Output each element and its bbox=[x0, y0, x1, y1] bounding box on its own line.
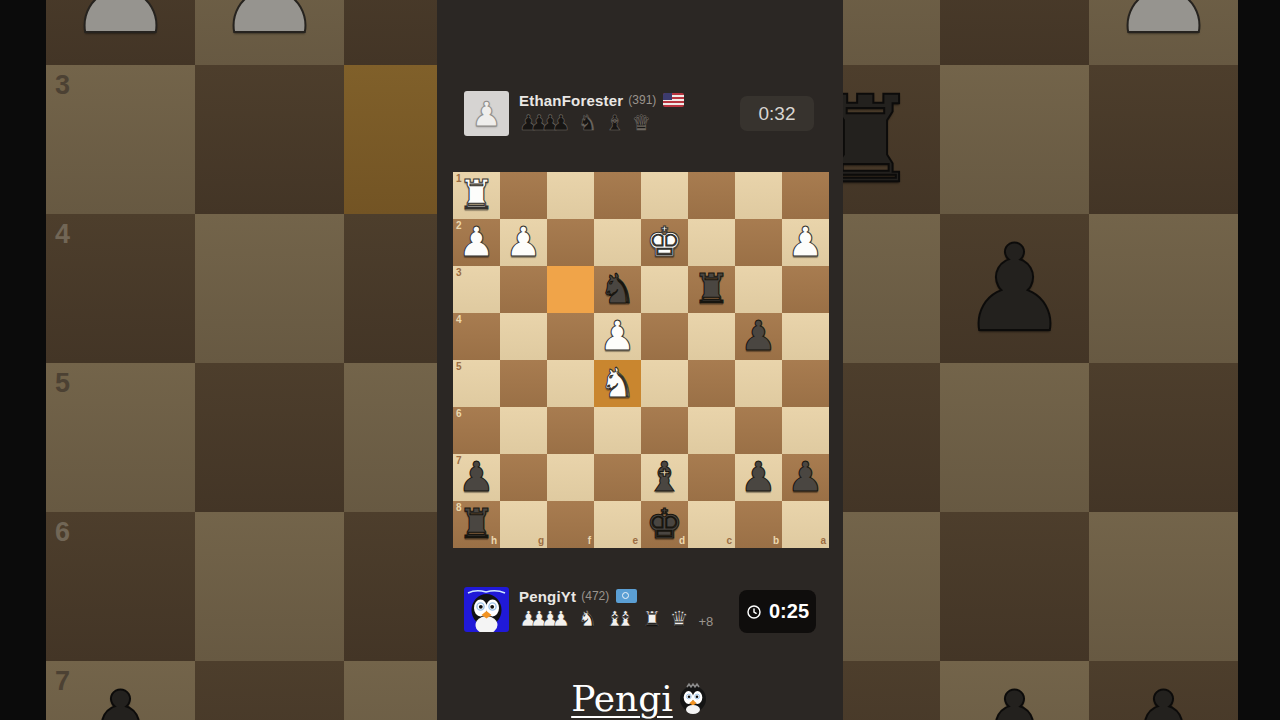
bg-square-b2 bbox=[940, 0, 1089, 65]
clock-icon bbox=[746, 604, 762, 620]
square-g5[interactable] bbox=[500, 360, 547, 407]
player-top-clock-value: 0:32 bbox=[759, 103, 796, 125]
bg-square-g3 bbox=[195, 65, 344, 214]
file-label-g: g bbox=[538, 536, 544, 546]
square-d1[interactable] bbox=[641, 172, 688, 219]
captured-b-icon: ♝ bbox=[605, 112, 624, 134]
black-bishop-d7[interactable]: ♝ bbox=[641, 454, 688, 501]
square-h6[interactable]: 6 bbox=[453, 407, 500, 454]
square-d5[interactable] bbox=[641, 360, 688, 407]
captured-b-group: ♝♝ bbox=[605, 608, 635, 630]
captured-q-icon: ♛ bbox=[670, 608, 689, 630]
white-king-d2[interactable]: ♚ bbox=[641, 219, 688, 266]
bg-square-b7: ♟ bbox=[940, 661, 1089, 720]
game-panel: ♟ EthanForester (391) ♟♟♟♟♞♝♛ 0:32 1♜2♟♟… bbox=[437, 0, 843, 720]
player-bottom-clock-value: 0:25 bbox=[769, 600, 809, 623]
rank-label-4: 4 bbox=[456, 315, 462, 325]
square-h1[interactable]: 1♜ bbox=[453, 172, 500, 219]
square-g4[interactable] bbox=[500, 313, 547, 360]
square-h4[interactable]: 4 bbox=[453, 313, 500, 360]
square-a2[interactable]: ♟ bbox=[782, 219, 829, 266]
square-b8[interactable]: b bbox=[735, 501, 782, 548]
square-a5[interactable] bbox=[782, 360, 829, 407]
bg-square-g2: ♟ bbox=[195, 0, 344, 65]
square-g3[interactable] bbox=[500, 266, 547, 313]
square-b7[interactable]: ♟ bbox=[735, 454, 782, 501]
square-d3[interactable] bbox=[641, 266, 688, 313]
bg-piece-h2: ♟ bbox=[46, 0, 195, 65]
black-king-d8[interactable]: ♚ bbox=[641, 501, 688, 548]
captured-q-group: ♛ bbox=[632, 112, 651, 134]
bg-square-b6 bbox=[940, 512, 1089, 661]
square-g8[interactable]: g bbox=[500, 501, 547, 548]
white-pawn-e4[interactable]: ♟ bbox=[594, 313, 641, 360]
square-f8[interactable]: f bbox=[547, 501, 594, 548]
file-label-e: e bbox=[632, 536, 638, 546]
bg-rank-label-5: 5 bbox=[55, 368, 70, 399]
bg-square-a6 bbox=[1089, 512, 1238, 661]
file-label-b: b bbox=[773, 536, 779, 546]
player-bottom-clock: 0:25 bbox=[739, 590, 816, 633]
bg-square-h5: 5 bbox=[46, 363, 195, 512]
square-h3[interactable]: 3 bbox=[453, 266, 500, 313]
square-c1[interactable] bbox=[688, 172, 735, 219]
square-b1[interactable] bbox=[735, 172, 782, 219]
bg-square-h7: 7♟ bbox=[46, 661, 195, 720]
square-a1[interactable] bbox=[782, 172, 829, 219]
penguin-avatar-icon bbox=[464, 587, 509, 632]
bg-square-g4 bbox=[195, 214, 344, 363]
square-h2[interactable]: 2♟ bbox=[453, 219, 500, 266]
un-flag-icon bbox=[616, 589, 637, 603]
square-b6[interactable] bbox=[735, 407, 782, 454]
player-bottom-avatar[interactable] bbox=[464, 587, 509, 632]
captured-n-group: ♞ bbox=[578, 112, 597, 134]
black-knight-e3[interactable]: ♞ bbox=[594, 266, 641, 313]
player-bottom: PengiYt (472) ♟♟♟♟♞♝♝♜♛+8 bbox=[464, 587, 713, 632]
bg-piece-a7: ♟ bbox=[1089, 661, 1238, 720]
square-f1[interactable] bbox=[547, 172, 594, 219]
brand-text: Pengi bbox=[571, 681, 673, 717]
player-bottom-captured-pieces: ♟♟♟♟♞♝♝♜♛+8 bbox=[519, 608, 713, 630]
white-pawn-avatar-icon: ♟ bbox=[471, 94, 501, 134]
bg-rank-label-6: 6 bbox=[55, 517, 70, 548]
bg-piece-b7: ♟ bbox=[940, 661, 1089, 720]
square-a7[interactable]: ♟ bbox=[782, 454, 829, 501]
square-b3[interactable] bbox=[735, 266, 782, 313]
rank-label-5: 5 bbox=[456, 362, 462, 372]
square-c7[interactable] bbox=[688, 454, 735, 501]
player-bottom-rating: (472) bbox=[581, 589, 609, 603]
square-f4[interactable] bbox=[547, 313, 594, 360]
square-h5[interactable]: 5 bbox=[453, 360, 500, 407]
square-g6[interactable] bbox=[500, 407, 547, 454]
square-b2[interactable] bbox=[735, 219, 782, 266]
bg-rank-label-4: 4 bbox=[55, 219, 70, 250]
bg-square-b3 bbox=[940, 65, 1089, 214]
square-h7[interactable]: 7♟ bbox=[453, 454, 500, 501]
square-d4[interactable] bbox=[641, 313, 688, 360]
bg-square-a4 bbox=[1089, 214, 1238, 363]
square-f5[interactable] bbox=[547, 360, 594, 407]
bg-square-g5 bbox=[195, 363, 344, 512]
square-c3[interactable]: ♜ bbox=[688, 266, 735, 313]
captured-p-icon: ♟ bbox=[551, 112, 570, 134]
bg-square-g7 bbox=[195, 661, 344, 720]
player-top-rating: (391) bbox=[628, 93, 656, 107]
bg-piece-h7: ♟ bbox=[46, 661, 195, 720]
square-e5[interactable]: ♞ bbox=[594, 360, 641, 407]
bg-square-h2: ♟ bbox=[46, 0, 195, 65]
square-c2[interactable] bbox=[688, 219, 735, 266]
black-pawn-b4[interactable]: ♟ bbox=[735, 313, 782, 360]
bg-square-h3: 3 bbox=[46, 65, 195, 214]
captured-n-icon: ♞ bbox=[578, 608, 597, 630]
chess-board[interactable]: 1♜2♟♟♚♟3♞♜4♟♟5♞67♟♝♟♟8h♜gfed♚cba bbox=[453, 172, 829, 548]
screen: ♟♟♟3♜4♟567♟♟♟ ♟ EthanForester (391) ♟♟♟♟… bbox=[0, 0, 1280, 720]
square-e6[interactable] bbox=[594, 407, 641, 454]
square-e1[interactable] bbox=[594, 172, 641, 219]
white-pawn-h2[interactable]: ♟ bbox=[453, 219, 500, 266]
square-c6[interactable] bbox=[688, 407, 735, 454]
white-rook-h1[interactable]: ♜ bbox=[453, 172, 500, 219]
square-e3[interactable]: ♞ bbox=[594, 266, 641, 313]
square-a3[interactable] bbox=[782, 266, 829, 313]
captured-b-group: ♝ bbox=[605, 112, 624, 134]
bg-square-a7: ♟ bbox=[1089, 661, 1238, 720]
black-pawn-h7[interactable]: ♟ bbox=[453, 454, 500, 501]
bg-piece-b4: ♟ bbox=[940, 214, 1089, 363]
square-g7[interactable] bbox=[500, 454, 547, 501]
captured-p-icon: ♟ bbox=[551, 608, 570, 630]
square-d7[interactable]: ♝ bbox=[641, 454, 688, 501]
file-label-c: c bbox=[726, 536, 732, 546]
bg-square-h6: 6 bbox=[46, 512, 195, 661]
captured-q-group: ♛ bbox=[670, 608, 689, 630]
bg-square-a3 bbox=[1089, 65, 1238, 214]
captured-n-group: ♞ bbox=[578, 608, 597, 630]
bg-square-g6 bbox=[195, 512, 344, 661]
square-d6[interactable] bbox=[641, 407, 688, 454]
black-pawn-a7[interactable]: ♟ bbox=[782, 454, 829, 501]
white-pawn-g2[interactable]: ♟ bbox=[500, 219, 547, 266]
player-top-avatar[interactable]: ♟ bbox=[464, 91, 509, 136]
penguin-brand-icon bbox=[677, 682, 709, 714]
square-a4[interactable] bbox=[782, 313, 829, 360]
bg-rank-label-3: 3 bbox=[55, 70, 70, 101]
square-e4[interactable]: ♟ bbox=[594, 313, 641, 360]
square-a6[interactable] bbox=[782, 407, 829, 454]
bg-square-b5 bbox=[940, 363, 1089, 512]
square-f2[interactable] bbox=[547, 219, 594, 266]
material-advantage: +8 bbox=[698, 610, 713, 629]
white-pawn-a2[interactable]: ♟ bbox=[782, 219, 829, 266]
bg-square-a2: ♟ bbox=[1089, 0, 1238, 65]
captured-b-icon: ♝ bbox=[616, 608, 635, 630]
square-b4[interactable]: ♟ bbox=[735, 313, 782, 360]
bg-square-b4: ♟ bbox=[940, 214, 1089, 363]
square-c8[interactable]: c bbox=[688, 501, 735, 548]
square-h8[interactable]: 8h♜ bbox=[453, 501, 500, 548]
square-c4[interactable] bbox=[688, 313, 735, 360]
file-label-f: f bbox=[588, 536, 591, 546]
player-top-name[interactable]: EthanForester bbox=[519, 92, 623, 109]
footer: Pengi bbox=[437, 681, 843, 717]
square-f6[interactable] bbox=[547, 407, 594, 454]
white-knight-e5[interactable]: ♞ bbox=[594, 360, 641, 407]
captured-q-icon: ♛ bbox=[632, 112, 651, 134]
captured-n-icon: ♞ bbox=[578, 112, 597, 134]
player-bottom-name[interactable]: PengiYt bbox=[519, 588, 576, 605]
square-d2[interactable]: ♚ bbox=[641, 219, 688, 266]
square-f3[interactable] bbox=[547, 266, 594, 313]
us-flag-icon bbox=[663, 93, 684, 107]
black-pawn-b7[interactable]: ♟ bbox=[735, 454, 782, 501]
player-top: ♟ EthanForester (391) ♟♟♟♟♞♝♛ bbox=[464, 91, 684, 136]
black-rook-h8[interactable]: ♜ bbox=[453, 501, 500, 548]
player-top-captured-pieces: ♟♟♟♟♞♝♛ bbox=[519, 112, 684, 134]
captured-p-group: ♟♟♟♟ bbox=[519, 608, 570, 630]
square-g2[interactable]: ♟ bbox=[500, 219, 547, 266]
bg-square-a5 bbox=[1089, 363, 1238, 512]
square-b5[interactable] bbox=[735, 360, 782, 407]
square-e8[interactable]: e bbox=[594, 501, 641, 548]
square-g1[interactable] bbox=[500, 172, 547, 219]
rank-label-6: 6 bbox=[456, 409, 462, 419]
captured-r-group: ♜ bbox=[643, 608, 662, 630]
black-rook-c3[interactable]: ♜ bbox=[688, 266, 735, 313]
captured-p-group: ♟♟♟♟ bbox=[519, 112, 570, 134]
square-d8[interactable]: d♚ bbox=[641, 501, 688, 548]
bg-piece-a2: ♟ bbox=[1089, 0, 1238, 65]
captured-r-icon: ♜ bbox=[643, 608, 662, 630]
square-c5[interactable] bbox=[688, 360, 735, 407]
bg-square-h4: 4 bbox=[46, 214, 195, 363]
square-a8[interactable]: a bbox=[782, 501, 829, 548]
rank-label-3: 3 bbox=[456, 268, 462, 278]
square-e7[interactable] bbox=[594, 454, 641, 501]
player-top-clock: 0:32 bbox=[740, 96, 814, 131]
square-f7[interactable] bbox=[547, 454, 594, 501]
square-e2[interactable] bbox=[594, 219, 641, 266]
file-label-a: a bbox=[820, 536, 826, 546]
bg-piece-g2: ♟ bbox=[195, 0, 344, 65]
